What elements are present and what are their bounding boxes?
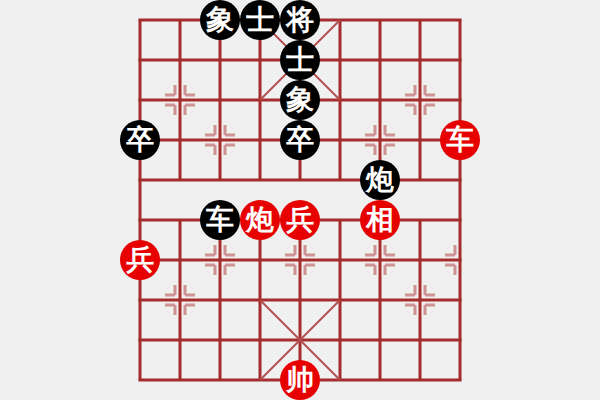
piece-black-advisor[interactable]: 士 <box>240 0 280 40</box>
piece-black-cannon[interactable]: 炮 <box>360 160 400 200</box>
xiangqi-app: 象士将士象卒卒车炮车炮兵相兵帅 <box>0 0 600 400</box>
piece-red-chariot[interactable]: 车 <box>440 120 480 160</box>
piece-red-soldier[interactable]: 兵 <box>120 240 160 280</box>
piece-black-advisor[interactable]: 士 <box>280 40 320 80</box>
piece-black-chariot[interactable]: 车 <box>200 200 240 240</box>
piece-black-soldier[interactable]: 卒 <box>120 120 160 160</box>
piece-black-general[interactable]: 将 <box>280 0 320 40</box>
piece-red-soldier[interactable]: 兵 <box>280 200 320 240</box>
piece-black-elephant[interactable]: 象 <box>280 80 320 120</box>
piece-red-cannon[interactable]: 炮 <box>240 200 280 240</box>
board-intersections-grid[interactable]: 象士将士象卒卒车炮车炮兵相兵帅 <box>120 0 480 400</box>
piece-black-soldier[interactable]: 卒 <box>280 120 320 160</box>
piece-red-elephant[interactable]: 相 <box>360 200 400 240</box>
piece-red-general[interactable]: 帅 <box>280 360 320 400</box>
piece-black-elephant[interactable]: 象 <box>200 0 240 40</box>
